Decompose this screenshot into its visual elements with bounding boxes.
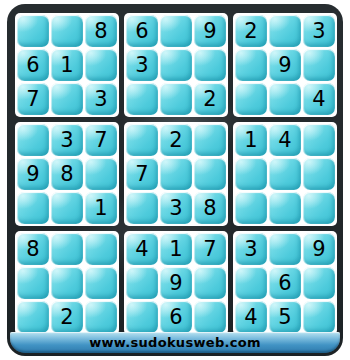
cell-r3c4[interactable] — [126, 83, 158, 115]
cell-r6c9[interactable] — [303, 192, 335, 224]
cell-r8c6[interactable] — [194, 267, 226, 299]
cell-r7c2[interactable] — [51, 233, 83, 265]
cell-r5c7[interactable] — [235, 158, 267, 190]
cell-r9c1[interactable] — [17, 301, 49, 333]
cell-r9c6[interactable] — [194, 301, 226, 333]
sudoku-box-6: 14 — [233, 122, 337, 226]
cell-r8c1[interactable] — [17, 267, 49, 299]
cell-r5c4[interactable]: 7 — [126, 158, 158, 190]
cell-r5c5[interactable] — [160, 158, 192, 190]
cell-r7c4[interactable]: 4 — [126, 233, 158, 265]
cell-r2c9[interactable] — [303, 49, 335, 81]
cell-r9c3[interactable] — [85, 301, 117, 333]
cell-r3c3[interactable]: 3 — [85, 83, 117, 115]
cell-r6c3[interactable]: 1 — [85, 192, 117, 224]
cell-r2c8[interactable]: 9 — [269, 49, 301, 81]
sudoku-box-4: 37981 — [15, 122, 119, 226]
cell-r6c7[interactable] — [235, 192, 267, 224]
cell-r4c9[interactable] — [303, 124, 335, 156]
cell-r4c5[interactable]: 2 — [160, 124, 192, 156]
cell-r9c4[interactable] — [126, 301, 158, 333]
sudoku-box-8: 41796 — [124, 231, 228, 335]
cell-r8c8[interactable]: 6 — [269, 267, 301, 299]
cell-r9c5[interactable]: 6 — [160, 301, 192, 333]
cell-r3c7[interactable] — [235, 83, 267, 115]
sudoku-box-7: 82 — [15, 231, 119, 335]
sudoku-box-2: 6932 — [124, 13, 228, 117]
cell-r1c7[interactable]: 2 — [235, 15, 267, 47]
cell-r2c5[interactable] — [160, 49, 192, 81]
cell-r3c9[interactable]: 4 — [303, 83, 335, 115]
cell-r4c8[interactable]: 4 — [269, 124, 301, 156]
cell-r2c6[interactable] — [194, 49, 226, 81]
cell-r8c3[interactable] — [85, 267, 117, 299]
cell-r6c4[interactable] — [126, 192, 158, 224]
cell-r5c3[interactable] — [85, 158, 117, 190]
cell-r5c1[interactable]: 9 — [17, 158, 49, 190]
cell-r9c8[interactable]: 5 — [269, 301, 301, 333]
cell-r3c8[interactable] — [269, 83, 301, 115]
cell-r6c1[interactable] — [17, 192, 49, 224]
cell-r1c3[interactable]: 8 — [85, 15, 117, 47]
cell-r7c8[interactable] — [269, 233, 301, 265]
site-banner: www.sudokusweb.com — [10, 332, 340, 353]
cell-r7c7[interactable]: 3 — [235, 233, 267, 265]
cell-r7c5[interactable]: 1 — [160, 233, 192, 265]
cell-r1c8[interactable] — [269, 15, 301, 47]
cell-r3c1[interactable]: 7 — [17, 83, 49, 115]
cell-r6c6[interactable]: 8 — [194, 192, 226, 224]
cell-r2c4[interactable]: 3 — [126, 49, 158, 81]
cell-r8c2[interactable] — [51, 267, 83, 299]
cell-r2c1[interactable]: 6 — [17, 49, 49, 81]
cell-r2c7[interactable] — [235, 49, 267, 81]
cell-r5c9[interactable] — [303, 158, 335, 190]
cell-r8c9[interactable] — [303, 267, 335, 299]
cell-r8c4[interactable] — [126, 267, 158, 299]
board-frame: 861736932239437981273814824179639645 www… — [7, 4, 343, 356]
cell-r9c7[interactable]: 4 — [235, 301, 267, 333]
cell-r1c4[interactable]: 6 — [126, 15, 158, 47]
sudoku-box-9: 39645 — [233, 231, 337, 335]
cell-r9c2[interactable]: 2 — [51, 301, 83, 333]
sudoku-board: 861736932239437981273814824179639645 — [15, 13, 337, 335]
cell-r2c2[interactable]: 1 — [51, 49, 83, 81]
cell-r7c3[interactable] — [85, 233, 117, 265]
cell-r1c9[interactable]: 3 — [303, 15, 335, 47]
cell-r7c1[interactable]: 8 — [17, 233, 49, 265]
cell-r1c6[interactable]: 9 — [194, 15, 226, 47]
cell-r3c6[interactable]: 2 — [194, 83, 226, 115]
sudoku-box-3: 2394 — [233, 13, 337, 117]
cell-r5c8[interactable] — [269, 158, 301, 190]
cell-r7c6[interactable]: 7 — [194, 233, 226, 265]
cell-r1c2[interactable] — [51, 15, 83, 47]
cell-r4c2[interactable]: 3 — [51, 124, 83, 156]
cell-r3c5[interactable] — [160, 83, 192, 115]
cell-r6c5[interactable]: 3 — [160, 192, 192, 224]
cell-r1c5[interactable] — [160, 15, 192, 47]
cell-r5c2[interactable]: 8 — [51, 158, 83, 190]
cell-r1c1[interactable] — [17, 15, 49, 47]
sudoku-puzzle-image: 861736932239437981273814824179639645 www… — [0, 0, 350, 360]
cell-r8c7[interactable] — [235, 267, 267, 299]
cell-r4c3[interactable]: 7 — [85, 124, 117, 156]
cell-r3c2[interactable] — [51, 83, 83, 115]
cell-r4c6[interactable] — [194, 124, 226, 156]
cell-r7c9[interactable]: 9 — [303, 233, 335, 265]
cell-r6c2[interactable] — [51, 192, 83, 224]
sudoku-box-5: 2738 — [124, 122, 228, 226]
cell-r4c1[interactable] — [17, 124, 49, 156]
cell-r4c7[interactable]: 1 — [235, 124, 267, 156]
cell-r5c6[interactable] — [194, 158, 226, 190]
cell-r8c5[interactable]: 9 — [160, 267, 192, 299]
cell-r4c4[interactable] — [126, 124, 158, 156]
site-url: www.sudokusweb.com — [89, 335, 261, 350]
cell-r9c9[interactable] — [303, 301, 335, 333]
sudoku-box-1: 86173 — [15, 13, 119, 117]
cell-r6c8[interactable] — [269, 192, 301, 224]
cell-r2c3[interactable] — [85, 49, 117, 81]
